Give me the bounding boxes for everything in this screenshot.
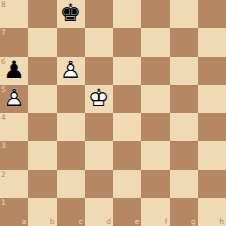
square-f1[interactable]: f bbox=[141, 198, 169, 226]
square-h5[interactable] bbox=[198, 85, 226, 113]
square-b7[interactable] bbox=[28, 28, 56, 56]
file-label-g: g bbox=[191, 218, 196, 226]
white-king-outline-glyph: ♔ bbox=[88, 86, 110, 110]
file-label-e: e bbox=[135, 218, 140, 226]
square-a7[interactable]: 7 bbox=[0, 28, 28, 56]
rank-label-1: 1 bbox=[1, 199, 6, 207]
white-pawn-a5[interactable]: ♟♙ bbox=[0, 85, 28, 113]
square-e5[interactable] bbox=[113, 85, 141, 113]
square-e4[interactable] bbox=[113, 113, 141, 141]
square-g3[interactable] bbox=[170, 141, 198, 169]
square-g5[interactable] bbox=[170, 85, 198, 113]
square-g7[interactable] bbox=[170, 28, 198, 56]
square-b3[interactable] bbox=[28, 141, 56, 169]
square-a4[interactable]: 4 bbox=[0, 113, 28, 141]
square-g6[interactable] bbox=[170, 57, 198, 85]
square-g2[interactable] bbox=[170, 170, 198, 198]
square-e7[interactable] bbox=[113, 28, 141, 56]
square-b8[interactable] bbox=[28, 0, 56, 28]
square-b5[interactable] bbox=[28, 85, 56, 113]
square-b6[interactable] bbox=[28, 57, 56, 85]
file-label-a: a bbox=[22, 218, 27, 226]
square-c1[interactable]: c bbox=[57, 198, 85, 226]
chess-board: 8♚76♟♟♙5♟♙♚♔4321abcdefgh bbox=[0, 0, 226, 226]
white-pawn-c6[interactable]: ♟♙ bbox=[57, 57, 85, 85]
square-a2[interactable]: 2 bbox=[0, 170, 28, 198]
rank-label-2: 2 bbox=[1, 171, 6, 179]
square-h3[interactable] bbox=[198, 141, 226, 169]
square-f4[interactable] bbox=[141, 113, 169, 141]
square-f5[interactable] bbox=[141, 85, 169, 113]
square-d7[interactable] bbox=[85, 28, 113, 56]
rank-label-8: 8 bbox=[1, 1, 6, 9]
square-d4[interactable] bbox=[85, 113, 113, 141]
square-b4[interactable] bbox=[28, 113, 56, 141]
square-g4[interactable] bbox=[170, 113, 198, 141]
white-pawn-outline-glyph: ♙ bbox=[3, 86, 25, 110]
square-d1[interactable]: d bbox=[85, 198, 113, 226]
square-b2[interactable] bbox=[28, 170, 56, 198]
square-a6[interactable]: 6♟ bbox=[0, 57, 28, 85]
square-d6[interactable] bbox=[85, 57, 113, 85]
square-h6[interactable] bbox=[198, 57, 226, 85]
square-h4[interactable] bbox=[198, 113, 226, 141]
square-e2[interactable] bbox=[113, 170, 141, 198]
square-a5[interactable]: 5♟♙ bbox=[0, 85, 28, 113]
square-c2[interactable] bbox=[57, 170, 85, 198]
square-c8[interactable]: ♚ bbox=[57, 0, 85, 28]
rank-label-3: 3 bbox=[1, 142, 6, 150]
square-c6[interactable]: ♟♙ bbox=[57, 57, 85, 85]
file-label-h: h bbox=[219, 218, 224, 226]
square-c5[interactable] bbox=[57, 85, 85, 113]
square-f6[interactable] bbox=[141, 57, 169, 85]
square-f3[interactable] bbox=[141, 141, 169, 169]
black-pawn-glyph: ♟ bbox=[3, 58, 25, 82]
square-h2[interactable] bbox=[198, 170, 226, 198]
rank-label-7: 7 bbox=[1, 29, 6, 37]
square-d8[interactable] bbox=[85, 0, 113, 28]
square-f2[interactable] bbox=[141, 170, 169, 198]
file-label-d: d bbox=[106, 218, 111, 226]
square-a1[interactable]: 1a bbox=[0, 198, 28, 226]
square-a3[interactable]: 3 bbox=[0, 141, 28, 169]
square-e1[interactable]: e bbox=[113, 198, 141, 226]
square-f7[interactable] bbox=[141, 28, 169, 56]
square-h8[interactable] bbox=[198, 0, 226, 28]
square-g8[interactable] bbox=[170, 0, 198, 28]
file-label-f: f bbox=[165, 218, 168, 226]
square-a8[interactable]: 8 bbox=[0, 0, 28, 28]
black-king-c8[interactable]: ♚ bbox=[57, 0, 85, 28]
white-pawn-outline-glyph: ♙ bbox=[60, 58, 82, 82]
white-king-d5[interactable]: ♚♔ bbox=[85, 85, 113, 113]
square-f8[interactable] bbox=[141, 0, 169, 28]
square-d3[interactable] bbox=[85, 141, 113, 169]
black-king-glyph: ♚ bbox=[60, 1, 82, 25]
rank-label-4: 4 bbox=[1, 114, 6, 122]
square-c3[interactable] bbox=[57, 141, 85, 169]
square-h7[interactable] bbox=[198, 28, 226, 56]
square-c7[interactable] bbox=[57, 28, 85, 56]
square-e3[interactable] bbox=[113, 141, 141, 169]
square-d5[interactable]: ♚♔ bbox=[85, 85, 113, 113]
square-e6[interactable] bbox=[113, 57, 141, 85]
file-label-c: c bbox=[79, 218, 83, 226]
square-h1[interactable]: h bbox=[198, 198, 226, 226]
black-pawn-a6[interactable]: ♟ bbox=[0, 57, 28, 85]
square-c4[interactable] bbox=[57, 113, 85, 141]
square-b1[interactable]: b bbox=[28, 198, 56, 226]
file-label-b: b bbox=[50, 218, 55, 226]
square-d2[interactable] bbox=[85, 170, 113, 198]
square-g1[interactable]: g bbox=[170, 198, 198, 226]
square-e8[interactable] bbox=[113, 0, 141, 28]
